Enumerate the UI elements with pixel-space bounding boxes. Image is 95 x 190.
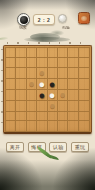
board-cell-e8[interactable] — [48, 121, 58, 131]
board-cell-h2[interactable] — [79, 58, 89, 68]
black-stone-icon — [20, 16, 28, 24]
board-cell-c7[interactable] — [27, 112, 37, 122]
board-cell-g1[interactable] — [68, 48, 78, 58]
board-cell-c3[interactable] — [27, 68, 37, 79]
board-cell-h3[interactable] — [79, 68, 89, 79]
white-stone-icon — [58, 14, 67, 23]
board-cell-g4[interactable] — [68, 79, 78, 90]
board-cell-d4[interactable]: ● — [37, 79, 47, 90]
board-cell-h7[interactable] — [79, 112, 89, 122]
board-cell-e3[interactable] — [48, 68, 58, 79]
legal-move-hint-disc[interactable]: ● — [60, 90, 66, 100]
board-cell-c1[interactable] — [27, 48, 37, 58]
board-cell-f7[interactable] — [58, 112, 68, 122]
board-cell-d1[interactable] — [37, 48, 47, 58]
board-cell-f8[interactable] — [58, 121, 68, 131]
board-cell-a7[interactable] — [6, 112, 16, 122]
cpu-label: 电脑 — [58, 25, 73, 30]
board-cell-b2[interactable] — [16, 58, 26, 68]
board-cell-c5[interactable] — [27, 90, 37, 101]
board-cell-g5[interactable] — [68, 90, 78, 101]
board-cell-a3[interactable] — [6, 68, 16, 79]
board-cell-f5[interactable]: ● — [58, 90, 68, 101]
board-cell-g2[interactable] — [68, 58, 78, 68]
board-cell-b6[interactable] — [16, 101, 26, 112]
white-disc: ● — [49, 90, 56, 100]
score-display: 2 : 2 — [33, 14, 55, 25]
board-cell-a2[interactable] — [6, 58, 16, 68]
reversi-board: ●●●●●●●● — [3, 45, 92, 134]
board-cell-g8[interactable] — [68, 121, 78, 131]
board-cell-h6[interactable] — [79, 101, 89, 112]
board-cell-d7[interactable] — [37, 112, 47, 122]
board-grid: ●●●●●●●● — [5, 47, 90, 132]
leaf-decoration — [45, 154, 59, 160]
white-disc: ● — [38, 79, 45, 89]
board-cell-e7[interactable] — [48, 112, 58, 122]
board-cell-h8[interactable] — [79, 121, 89, 131]
board-cell-e2[interactable] — [48, 58, 58, 68]
board-cell-a8[interactable] — [6, 121, 16, 131]
board-cell-f1[interactable] — [58, 48, 68, 58]
board-cell-b8[interactable] — [16, 121, 26, 131]
legal-move-hint-disc[interactable]: ● — [28, 79, 34, 89]
board-cell-g3[interactable] — [68, 68, 78, 79]
legal-move-hint-disc[interactable]: ● — [49, 101, 55, 111]
board-cell-d8[interactable] — [37, 121, 47, 131]
board-cell-b1[interactable] — [16, 48, 26, 58]
board-cell-b4[interactable] — [16, 79, 26, 90]
leaf-decoration — [0, 36, 8, 42]
board-cell-e6[interactable]: ● — [48, 101, 58, 112]
board-cell-f2[interactable] — [58, 58, 68, 68]
board-cell-e1[interactable] — [48, 48, 58, 58]
board-cell-b7[interactable] — [16, 112, 26, 122]
board-cell-a5[interactable] — [6, 90, 16, 101]
board-cell-d6[interactable] — [37, 101, 47, 112]
board-cell-d3[interactable]: ● — [37, 68, 47, 79]
board-cell-c8[interactable] — [27, 121, 37, 131]
board-cell-e5[interactable]: ● — [48, 90, 58, 101]
cpu-avatar[interactable] — [78, 12, 90, 24]
replay-button[interactable]: 重玩 — [71, 142, 89, 152]
board-cell-g7[interactable] — [68, 112, 78, 122]
board-cell-f3[interactable] — [58, 68, 68, 79]
game-header: 玩家 2 : 2 电脑 — [0, 0, 95, 32]
player-label: 玩家 — [15, 25, 30, 30]
board-cell-a4[interactable] — [6, 79, 16, 90]
board-cell-c4[interactable]: ● — [27, 79, 37, 90]
bottom-button-bar: 离开 悔棋 认输 重玩 — [6, 142, 89, 153]
board-column-ticks — [7, 42, 90, 44]
legal-move-hint-disc[interactable]: ● — [39, 68, 45, 78]
board-cell-h5[interactable] — [79, 90, 89, 101]
board-cell-h4[interactable] — [79, 79, 89, 90]
board-cell-c2[interactable] — [27, 58, 37, 68]
board-cell-h1[interactable] — [79, 48, 89, 58]
board-cell-b5[interactable] — [16, 90, 26, 101]
player-avatar-black-stone[interactable] — [17, 13, 30, 26]
black-disc: ● — [38, 90, 45, 100]
board-cell-e4[interactable]: ● — [48, 79, 58, 90]
board-cell-a6[interactable] — [6, 101, 16, 112]
board-cell-g6[interactable] — [68, 101, 78, 112]
resign-button[interactable]: 认输 — [49, 142, 67, 152]
board-cell-f4[interactable] — [58, 79, 68, 90]
black-disc: ● — [49, 79, 56, 89]
cpu-avatar-face — [81, 16, 87, 21]
board-cell-d5[interactable]: ● — [37, 90, 47, 101]
board-cell-f6[interactable] — [58, 101, 68, 112]
board-cell-b3[interactable] — [16, 68, 26, 79]
board-cell-a1[interactable] — [6, 48, 16, 58]
board-cell-c6[interactable] — [27, 101, 37, 112]
leave-button[interactable]: 离开 — [6, 142, 24, 152]
